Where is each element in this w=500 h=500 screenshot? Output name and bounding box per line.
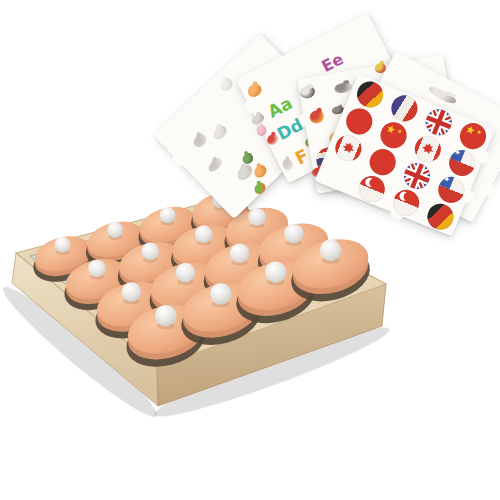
picture-accent xyxy=(256,111,262,116)
flag-china: ★★ xyxy=(456,119,490,153)
picture-accent xyxy=(212,156,219,162)
picture-accent xyxy=(343,80,350,85)
picture-accent xyxy=(195,131,202,138)
picture-cards-fan: AaDdFEe★★★★★★★★ xyxy=(0,0,500,500)
picture-accent xyxy=(259,123,264,128)
picture-accent xyxy=(380,61,384,66)
flag-uk xyxy=(421,105,455,139)
picture-accent xyxy=(252,81,259,87)
picture-accent xyxy=(256,163,262,169)
flag-france xyxy=(387,91,421,125)
card-edge-tab xyxy=(169,150,187,168)
picture-carrot xyxy=(252,181,268,197)
picture-accent xyxy=(270,131,276,136)
picture-grey-bra xyxy=(206,156,224,174)
flag-canada xyxy=(331,131,365,165)
flag-japan xyxy=(365,145,399,179)
picture-accent xyxy=(256,180,262,186)
picture-accent xyxy=(307,83,313,89)
flag-singapore xyxy=(354,172,388,206)
picture-fox xyxy=(246,82,264,99)
product-photo-scene: AaDdFEe★★★★★★★★ xyxy=(0,0,500,500)
picture-grey-squirrel xyxy=(191,132,209,150)
flag-chile: ★ xyxy=(445,146,479,180)
flag-canada xyxy=(410,132,444,166)
picture-accent xyxy=(338,104,343,108)
picture-grey-fox xyxy=(218,76,235,93)
picture-accent xyxy=(285,155,290,161)
flag-japan xyxy=(342,104,376,138)
flag-uk xyxy=(400,159,434,193)
picture-bottle xyxy=(281,157,295,172)
card-edge-tab xyxy=(480,180,498,198)
flag-china: ★★ xyxy=(376,118,410,152)
flag-chile: ★ xyxy=(434,173,468,207)
picture-accent xyxy=(244,151,250,157)
flag-germany xyxy=(353,77,387,111)
picture-accent xyxy=(215,123,222,130)
picture-accent xyxy=(222,76,228,82)
flag-germany xyxy=(423,200,457,234)
picture-accent xyxy=(316,107,322,113)
picture-raccoon xyxy=(299,85,316,99)
picture-accent xyxy=(445,90,456,98)
picture-orange-squirrel xyxy=(252,163,269,180)
picture-grey-elephant xyxy=(234,162,255,182)
picture-grey-teapot xyxy=(211,123,229,141)
